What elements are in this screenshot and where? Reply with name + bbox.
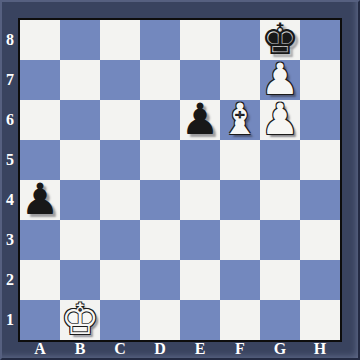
board: ♚♟♟♝♟♟♚ xyxy=(18,18,342,342)
square-c4[interactable] xyxy=(100,180,140,220)
square-b4[interactable] xyxy=(60,180,100,220)
square-e8[interactable] xyxy=(180,20,220,60)
square-b7[interactable] xyxy=(60,60,100,100)
black-pawn: ♟ xyxy=(181,100,220,139)
square-d3[interactable] xyxy=(140,220,180,260)
square-d7[interactable] xyxy=(140,60,180,100)
square-f5[interactable] xyxy=(220,140,260,180)
square-e5[interactable] xyxy=(180,140,220,180)
square-a5[interactable] xyxy=(20,140,60,180)
square-e2[interactable] xyxy=(180,260,220,300)
square-a2[interactable] xyxy=(20,260,60,300)
file-label-g: G xyxy=(260,340,300,358)
square-a1[interactable] xyxy=(20,300,60,340)
square-d8[interactable] xyxy=(140,20,180,60)
square-d4[interactable] xyxy=(140,180,180,220)
square-c8[interactable] xyxy=(100,20,140,60)
rank-label-4: 4 xyxy=(2,180,18,220)
rank-label-8: 8 xyxy=(2,20,18,60)
square-d1[interactable] xyxy=(140,300,180,340)
square-e7[interactable] xyxy=(180,60,220,100)
file-label-c: C xyxy=(100,340,140,358)
square-c2[interactable] xyxy=(100,260,140,300)
square-f8[interactable] xyxy=(220,20,260,60)
square-f1[interactable] xyxy=(220,300,260,340)
square-a7[interactable] xyxy=(20,60,60,100)
square-b8[interactable] xyxy=(60,20,100,60)
square-h5[interactable] xyxy=(300,140,340,180)
square-h4[interactable] xyxy=(300,180,340,220)
square-g1[interactable] xyxy=(260,300,300,340)
file-label-d: D xyxy=(140,340,180,358)
square-f2[interactable] xyxy=(220,260,260,300)
black-pawn: ♟ xyxy=(21,180,60,219)
file-label-e: E xyxy=(180,340,220,358)
square-h7[interactable] xyxy=(300,60,340,100)
square-b2[interactable] xyxy=(60,260,100,300)
rank-label-2: 2 xyxy=(2,260,18,300)
square-h8[interactable] xyxy=(300,20,340,60)
file-label-h: H xyxy=(300,340,340,358)
square-c3[interactable] xyxy=(100,220,140,260)
rank-label-1: 1 xyxy=(2,300,18,340)
square-c5[interactable] xyxy=(100,140,140,180)
square-a4[interactable]: ♟ xyxy=(20,180,60,220)
square-g5[interactable] xyxy=(260,140,300,180)
square-g6[interactable]: ♟ xyxy=(260,100,300,140)
square-g2[interactable] xyxy=(260,260,300,300)
square-a3[interactable] xyxy=(20,220,60,260)
chess-diagram: ♚♟♟♝♟♟♚ 87654321 ABCDEFGH xyxy=(0,0,360,360)
rank-label-3: 3 xyxy=(2,220,18,260)
file-labels: ABCDEFGH xyxy=(20,340,340,358)
square-d5[interactable] xyxy=(140,140,180,180)
square-h6[interactable] xyxy=(300,100,340,140)
square-a8[interactable] xyxy=(20,20,60,60)
square-h2[interactable] xyxy=(300,260,340,300)
rank-label-5: 5 xyxy=(2,140,18,180)
square-g4[interactable] xyxy=(260,180,300,220)
square-b6[interactable] xyxy=(60,100,100,140)
file-label-b: B xyxy=(60,340,100,358)
white-king: ♚ xyxy=(61,300,100,339)
file-label-f: F xyxy=(220,340,260,358)
square-h3[interactable] xyxy=(300,220,340,260)
white-pawn: ♟ xyxy=(261,100,300,139)
white-bishop: ♝ xyxy=(221,100,260,139)
square-b3[interactable] xyxy=(60,220,100,260)
square-b1[interactable]: ♚ xyxy=(60,300,100,340)
square-e4[interactable] xyxy=(180,180,220,220)
file-label-a: A xyxy=(20,340,60,358)
square-f7[interactable] xyxy=(220,60,260,100)
square-a6[interactable] xyxy=(20,100,60,140)
square-g3[interactable] xyxy=(260,220,300,260)
square-f3[interactable] xyxy=(220,220,260,260)
square-c1[interactable] xyxy=(100,300,140,340)
white-pawn: ♟ xyxy=(261,60,300,99)
rank-labels: 87654321 xyxy=(2,20,18,340)
square-g7[interactable]: ♟ xyxy=(260,60,300,100)
square-e1[interactable] xyxy=(180,300,220,340)
square-h1[interactable] xyxy=(300,300,340,340)
square-c7[interactable] xyxy=(100,60,140,100)
square-e3[interactable] xyxy=(180,220,220,260)
square-f6[interactable]: ♝ xyxy=(220,100,260,140)
square-d6[interactable] xyxy=(140,100,180,140)
square-d2[interactable] xyxy=(140,260,180,300)
square-b5[interactable] xyxy=(60,140,100,180)
square-f4[interactable] xyxy=(220,180,260,220)
square-e6[interactable]: ♟ xyxy=(180,100,220,140)
rank-label-7: 7 xyxy=(2,60,18,100)
square-g8[interactable]: ♚ xyxy=(260,20,300,60)
square-c6[interactable] xyxy=(100,100,140,140)
black-king: ♚ xyxy=(261,20,300,59)
rank-label-6: 6 xyxy=(2,100,18,140)
